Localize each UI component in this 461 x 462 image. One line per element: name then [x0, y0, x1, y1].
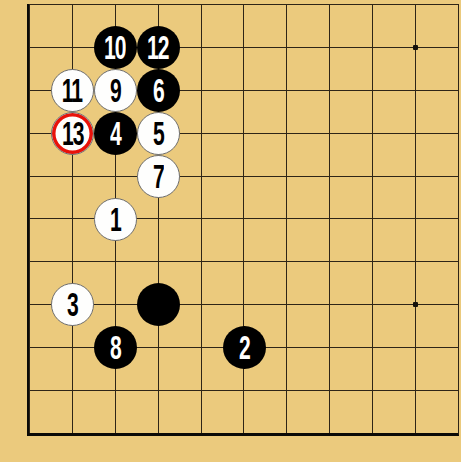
- board-cell: [115, 390, 158, 433]
- board-cell: [372, 4, 415, 47]
- board-cell: [243, 218, 286, 261]
- board-cell: [415, 218, 458, 261]
- stone-white-5: 5: [137, 112, 180, 155]
- board-cell: [158, 390, 201, 433]
- board-cell: [286, 90, 329, 133]
- stone-black-2: 2: [223, 326, 266, 369]
- board-cell: [415, 176, 458, 219]
- board-cell: [415, 304, 458, 347]
- board-cell: [415, 47, 458, 90]
- board-cell: [201, 218, 244, 261]
- board-cell: [286, 218, 329, 261]
- stone-black-10: 10: [94, 26, 137, 69]
- board-cell: [372, 176, 415, 219]
- board-cell: [286, 304, 329, 347]
- board-cell: [286, 4, 329, 47]
- board-cell: [329, 261, 372, 304]
- go-board[interactable]: [27, 4, 459, 436]
- board-cell: [415, 133, 458, 176]
- board-cell: [243, 390, 286, 433]
- move-number: 10: [105, 26, 127, 69]
- star-point-K10: [413, 45, 418, 50]
- stone-black-6: 6: [137, 69, 180, 112]
- stone-white-11: 11: [51, 69, 94, 112]
- board-cell: [415, 90, 458, 133]
- board-cell: [201, 4, 244, 47]
- board-cell: [243, 4, 286, 47]
- board-cell: [415, 347, 458, 390]
- board-cell: [415, 4, 458, 47]
- go-diagram: 10121196134571382: [0, 0, 461, 462]
- move-number: 7: [153, 155, 164, 198]
- board-cell: [201, 261, 244, 304]
- board-cell: [329, 347, 372, 390]
- move-number: 9: [110, 69, 121, 112]
- board-cell: [372, 218, 415, 261]
- board-cell: [243, 47, 286, 90]
- board-cell: [243, 261, 286, 304]
- move-number: 2: [239, 326, 250, 369]
- board-cell: [329, 90, 372, 133]
- board-cell: [329, 390, 372, 433]
- board-cell: [329, 218, 372, 261]
- board-cell: [243, 90, 286, 133]
- board-cell: [372, 261, 415, 304]
- stone-white-7: 7: [137, 155, 180, 198]
- board-cell: [372, 47, 415, 90]
- board-cell: [201, 176, 244, 219]
- stone-black-8: 8: [94, 326, 137, 369]
- move-number: 4: [110, 112, 121, 155]
- stone-white-3: 3: [51, 283, 94, 326]
- move-number: 1: [110, 198, 121, 241]
- board-cell: [329, 4, 372, 47]
- move-number: 8: [110, 326, 121, 369]
- move-number: 13: [62, 112, 84, 155]
- board-cell: [201, 47, 244, 90]
- board-cell: [158, 347, 201, 390]
- board-cell: [286, 176, 329, 219]
- board-cell: [372, 133, 415, 176]
- board-cell: [201, 90, 244, 133]
- board-cell: [415, 390, 458, 433]
- move-number: 6: [153, 69, 164, 112]
- move-number: 3: [67, 283, 78, 326]
- board-cell: [329, 133, 372, 176]
- board-cell: [329, 304, 372, 347]
- board-cell: [372, 347, 415, 390]
- board-cell: [372, 90, 415, 133]
- board-cell: [286, 47, 329, 90]
- board-cell: [29, 390, 72, 433]
- board-cell: [201, 390, 244, 433]
- board-cell: [29, 4, 72, 47]
- move-number: 5: [153, 112, 164, 155]
- board-cell: [372, 304, 415, 347]
- board-cell: [286, 133, 329, 176]
- board-cell: [158, 218, 201, 261]
- move-number: 11: [62, 69, 82, 112]
- stone-black-plain: [137, 283, 180, 326]
- stone-white-9: 9: [94, 69, 137, 112]
- board-cell: [286, 390, 329, 433]
- board-cell: [29, 218, 72, 261]
- board-cell: [243, 176, 286, 219]
- board-cell: [372, 390, 415, 433]
- stone-black-4: 4: [94, 112, 137, 155]
- board-cell: [329, 176, 372, 219]
- board-cell: [415, 261, 458, 304]
- board-cell: [243, 133, 286, 176]
- board-cell: [29, 176, 72, 219]
- board-cell: [72, 390, 115, 433]
- board-cell: [329, 47, 372, 90]
- stone-black-12: 12: [137, 26, 180, 69]
- board-cell: [286, 261, 329, 304]
- move-number: 12: [147, 26, 169, 69]
- stone-white-1: 1: [94, 198, 137, 241]
- stone-white-13: 13: [51, 112, 94, 155]
- board-cell: [29, 347, 72, 390]
- board-cell: [201, 133, 244, 176]
- board-cell: [286, 347, 329, 390]
- star-point-K4: [413, 302, 418, 307]
